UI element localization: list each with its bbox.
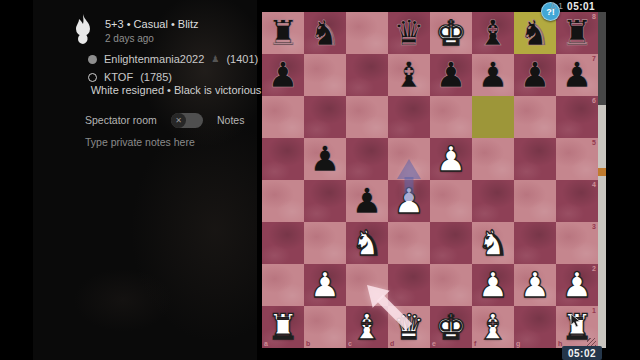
square-c8[interactable] — [346, 12, 388, 54]
player-name[interactable]: KTOF — [104, 71, 133, 83]
square-e3[interactable] — [430, 222, 472, 264]
square-b2[interactable]: ♟ — [304, 264, 346, 306]
player-row-black[interactable]: Enlightenmania2022 ♟ (1401) — [88, 53, 258, 65]
white-pawn[interactable]: ♟ — [304, 264, 346, 306]
square-g7[interactable]: ♟ — [514, 54, 556, 96]
square-e2[interactable] — [430, 264, 472, 306]
white-king[interactable]: ♚ — [430, 306, 472, 348]
square-b5[interactable]: ♟ — [304, 138, 346, 180]
square-c7[interactable] — [346, 54, 388, 96]
square-a8[interactable]: ♜ — [262, 12, 304, 54]
tab-spectator-room[interactable]: Spectator room — [85, 114, 157, 126]
scroll-position-marker[interactable] — [598, 168, 606, 176]
square-a6[interactable] — [262, 96, 304, 138]
black-pawn[interactable]: ♟ — [304, 138, 346, 180]
square-d4[interactable]: ♟ — [388, 180, 430, 222]
file-label: d — [390, 340, 394, 347]
square-d5[interactable] — [388, 138, 430, 180]
file-label: a — [264, 340, 268, 347]
square-f4[interactable] — [472, 180, 514, 222]
white-pawn[interactable]: ♟ — [514, 264, 556, 306]
rank-label: 1 — [592, 307, 596, 314]
white-clock-time: 05:02 — [568, 348, 596, 359]
square-h2[interactable]: ♟2 — [556, 264, 598, 306]
file-label: f — [474, 340, 476, 347]
white-pawn[interactable]: ♟ — [430, 138, 472, 180]
black-knight[interactable]: ♞ — [304, 12, 346, 54]
black-pawn[interactable]: ♟ — [262, 54, 304, 96]
square-g1[interactable]: g — [514, 306, 556, 348]
square-d7[interactable]: ♝ — [388, 54, 430, 96]
square-d3[interactable] — [388, 222, 430, 264]
chess-board[interactable]: ♜♞♛♚♝♞♜8♟♝♟♟♟♟76♟♟5♟♟4♞♞3♟♟♟♟2♜ab♝c♛d♚e♝… — [262, 12, 598, 348]
square-h3[interactable]: 3 — [556, 222, 598, 264]
square-g6[interactable] — [514, 96, 556, 138]
black-pawn[interactable]: ♟ — [514, 54, 556, 96]
square-h7[interactable]: ♟7 — [556, 54, 598, 96]
square-h6[interactable]: 6 — [556, 96, 598, 138]
square-g5[interactable] — [514, 138, 556, 180]
square-b1[interactable]: b — [304, 306, 346, 348]
square-c2[interactable] — [346, 264, 388, 306]
square-d1[interactable]: ♛d — [388, 306, 430, 348]
square-f3[interactable]: ♞ — [472, 222, 514, 264]
file-label: g — [516, 340, 520, 347]
game-meta-primary: 5+3 • Casual • Blitz — [105, 18, 199, 30]
file-label: e — [432, 340, 436, 347]
black-queen[interactable]: ♛ — [388, 12, 430, 54]
square-a4[interactable] — [262, 180, 304, 222]
square-h8[interactable]: ♜8 — [556, 12, 598, 54]
square-b4[interactable] — [304, 180, 346, 222]
square-f8[interactable]: ♝ — [472, 12, 514, 54]
square-d2[interactable] — [388, 264, 430, 306]
white-bishop[interactable]: ♝ — [346, 306, 388, 348]
move-scrollbar[interactable] — [598, 12, 606, 348]
black-pawn[interactable]: ♟ — [430, 54, 472, 96]
square-f1[interactable]: ♝f — [472, 306, 514, 348]
square-e7[interactable]: ♟ — [430, 54, 472, 96]
white-bishop[interactable]: ♝ — [472, 306, 514, 348]
square-a2[interactable] — [262, 264, 304, 306]
game-result: White resigned • Black is victorious — [63, 84, 289, 96]
blitz-flame-icon — [71, 14, 95, 44]
black-pawn[interactable]: ♟ — [472, 54, 514, 96]
square-h4[interactable]: 4 — [556, 180, 598, 222]
player-rating: (1785) — [140, 71, 172, 83]
black-clock-time: 05:01 — [567, 1, 595, 12]
square-b6[interactable] — [304, 96, 346, 138]
rank-label: 3 — [592, 223, 596, 230]
square-c3[interactable]: ♞ — [346, 222, 388, 264]
tab-notes[interactable]: Notes — [217, 114, 244, 126]
square-a3[interactable] — [262, 222, 304, 264]
white-rook[interactable]: ♜ — [262, 306, 304, 348]
notes-input[interactable] — [83, 134, 277, 228]
white-pawn[interactable]: ♟ — [472, 264, 514, 306]
file-label: b — [306, 340, 310, 347]
black-player-dot-icon — [88, 55, 97, 64]
material-count: 1 — [558, 1, 563, 11]
white-pawn[interactable]: ♟ — [388, 180, 430, 222]
game-meta: 5+3 • Casual • Blitz 2 days ago — [71, 14, 199, 44]
square-e1[interactable]: ♚e — [430, 306, 472, 348]
mouse-cursor-icon — [570, 313, 583, 328]
material-advantage: ♙ 1 — [549, 1, 563, 11]
square-f6[interactable] — [472, 96, 514, 138]
white-king[interactable]: ♚ — [430, 12, 472, 54]
spectator-room-toggle[interactable]: ✕ — [171, 113, 203, 128]
square-h5[interactable]: 5 — [556, 138, 598, 180]
toggle-knob[interactable]: ✕ — [171, 113, 186, 128]
player-rating: (1401) — [226, 53, 258, 65]
square-f7[interactable]: ♟ — [472, 54, 514, 96]
black-rook[interactable]: ♜ — [262, 12, 304, 54]
square-f2[interactable]: ♟ — [472, 264, 514, 306]
white-clock: 05:02 — [562, 346, 602, 360]
black-pawn[interactable]: ♟ — [346, 180, 388, 222]
square-c5[interactable] — [346, 138, 388, 180]
square-c6[interactable] — [346, 96, 388, 138]
square-d8[interactable]: ♛ — [388, 12, 430, 54]
scrollbar-track-top — [598, 12, 606, 105]
white-queen[interactable]: ♛ — [388, 306, 430, 348]
square-a7[interactable]: ♟ — [262, 54, 304, 96]
square-a1[interactable]: ♜a — [262, 306, 304, 348]
rank-label: 7 — [592, 55, 596, 62]
square-e4[interactable] — [430, 180, 472, 222]
square-b3[interactable] — [304, 222, 346, 264]
pawn-material-icon: ♙ — [549, 1, 557, 11]
lichess-spectator-screen: 5+3 • Casual • Blitz 2 days ago Enlighte… — [0, 0, 640, 360]
square-e8[interactable]: ♚ — [430, 12, 472, 54]
rank-label: 5 — [592, 139, 596, 146]
rank-label: 6 — [592, 97, 596, 104]
square-c1[interactable]: ♝c — [346, 306, 388, 348]
black-bishop[interactable]: ♝ — [388, 54, 430, 96]
square-g4[interactable] — [514, 180, 556, 222]
sidebar: 5+3 • Casual • Blitz 2 days ago Enlighte… — [33, 0, 257, 360]
white-player-dot-icon — [88, 73, 97, 82]
player-row-white[interactable]: KTOF (1785) — [88, 71, 172, 83]
square-e6[interactable] — [430, 96, 472, 138]
rank-label: 8 — [592, 13, 596, 20]
player-flair-icon: ♟ — [211, 54, 219, 64]
x-icon: ✕ — [175, 117, 182, 125]
black-bishop[interactable]: ♝ — [472, 12, 514, 54]
square-f5[interactable] — [472, 138, 514, 180]
rank-label: 4 — [592, 181, 596, 188]
player-name[interactable]: Enlightenmania2022 — [104, 53, 204, 65]
square-a5[interactable] — [262, 138, 304, 180]
rank-label: 2 — [592, 265, 596, 272]
black-clock: ♙ 1 05:01 — [549, 0, 595, 12]
square-d6[interactable] — [388, 96, 430, 138]
white-knight[interactable]: ♞ — [346, 222, 388, 264]
square-c4[interactable]: ♟ — [346, 180, 388, 222]
square-b7[interactable] — [304, 54, 346, 96]
square-b8[interactable]: ♞ — [304, 12, 346, 54]
square-e5[interactable]: ♟ — [430, 138, 472, 180]
square-g2[interactable]: ♟ — [514, 264, 556, 306]
white-knight[interactable]: ♞ — [472, 222, 514, 264]
game-meta-secondary: 2 days ago — [105, 33, 199, 44]
square-g3[interactable] — [514, 222, 556, 264]
file-label: c — [348, 340, 352, 347]
